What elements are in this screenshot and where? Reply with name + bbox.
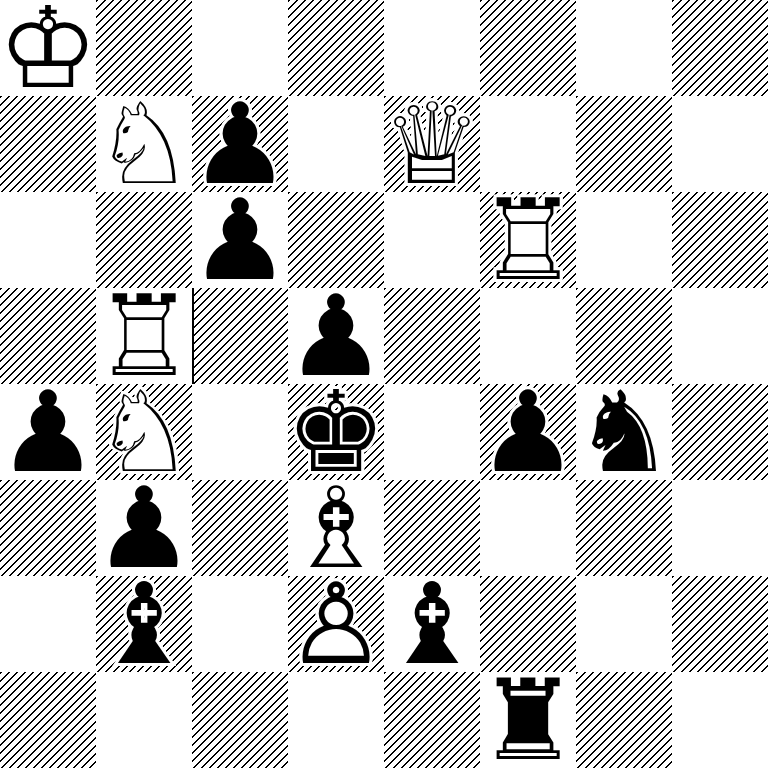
square-h7[interactable] bbox=[672, 96, 768, 192]
piece-black-pawn: ♟ bbox=[480, 384, 576, 480]
piece-halo: ♟ bbox=[192, 192, 288, 288]
square-d2[interactable]: ♟♙ bbox=[288, 576, 384, 672]
square-g6[interactable] bbox=[576, 192, 672, 288]
piece-black-pawn: ♟ bbox=[96, 480, 192, 576]
piece-black-pawn: ♟ bbox=[192, 192, 288, 288]
square-b8[interactable] bbox=[96, 0, 192, 96]
piece-black-pawn: ♟ bbox=[0, 384, 96, 480]
piece-halo: ♜ bbox=[480, 672, 576, 768]
piece-white-rook: ♖ bbox=[96, 288, 192, 384]
square-d7[interactable] bbox=[288, 96, 384, 192]
square-g1[interactable] bbox=[576, 672, 672, 768]
square-f5[interactable] bbox=[480, 288, 576, 384]
square-b1[interactable] bbox=[96, 672, 192, 768]
square-c6[interactable]: ♟♟ bbox=[192, 192, 288, 288]
square-e7[interactable]: ♛♕ bbox=[384, 96, 480, 192]
piece-black-pawn: ♟ bbox=[288, 288, 384, 384]
square-d1[interactable] bbox=[288, 672, 384, 768]
piece-halo: ♟ bbox=[192, 96, 288, 192]
square-e8[interactable] bbox=[384, 0, 480, 96]
square-h5[interactable] bbox=[672, 288, 768, 384]
square-c5[interactable] bbox=[192, 288, 288, 384]
piece-white-rook: ♖ bbox=[480, 192, 576, 288]
square-h1[interactable] bbox=[672, 672, 768, 768]
piece-white-bishop: ♗ bbox=[288, 480, 384, 576]
square-a2[interactable] bbox=[0, 576, 96, 672]
piece-halo: ♜ bbox=[96, 288, 192, 384]
square-h3[interactable] bbox=[672, 480, 768, 576]
square-b5[interactable]: ♜♖ bbox=[96, 288, 192, 384]
square-e5[interactable] bbox=[384, 288, 480, 384]
square-e6[interactable] bbox=[384, 192, 480, 288]
piece-halo: ♚ bbox=[288, 384, 384, 480]
square-f8[interactable] bbox=[480, 0, 576, 96]
piece-black-bishop: ♝ bbox=[384, 576, 480, 672]
piece-white-knight: ♘ bbox=[96, 96, 192, 192]
piece-halo: ♞ bbox=[96, 96, 192, 192]
square-d8[interactable] bbox=[288, 0, 384, 96]
piece-white-king: ♔ bbox=[0, 0, 96, 96]
square-f1[interactable]: ♜♜ bbox=[480, 672, 576, 768]
piece-white-queen: ♕ bbox=[384, 96, 480, 192]
square-b6[interactable] bbox=[96, 192, 192, 288]
square-a6[interactable] bbox=[0, 192, 96, 288]
square-c7[interactable]: ♟♟ bbox=[192, 96, 288, 192]
square-a4[interactable]: ♟♟ bbox=[0, 384, 96, 480]
square-g4[interactable]: ♞♞ bbox=[576, 384, 672, 480]
square-e3[interactable] bbox=[384, 480, 480, 576]
square-e2[interactable]: ♝♝ bbox=[384, 576, 480, 672]
square-e1[interactable] bbox=[384, 672, 480, 768]
piece-halo: ♟ bbox=[288, 288, 384, 384]
square-h6[interactable] bbox=[672, 192, 768, 288]
square-e4[interactable] bbox=[384, 384, 480, 480]
square-a1[interactable] bbox=[0, 672, 96, 768]
square-c1[interactable] bbox=[192, 672, 288, 768]
piece-black-king: ♚ bbox=[288, 384, 384, 480]
square-h8[interactable] bbox=[672, 0, 768, 96]
chess-diagram: ♚♔♞♘♟♟♛♕♟♟♜♖♜♖♟♟♟♟♞♘♚♚♟♟♞♞♟♟♝♗♝♝♟♙♝♝♜♜ bbox=[0, 0, 768, 768]
square-d3[interactable]: ♝♗ bbox=[288, 480, 384, 576]
square-h4[interactable] bbox=[672, 384, 768, 480]
square-b3[interactable]: ♟♟ bbox=[96, 480, 192, 576]
piece-halo: ♟ bbox=[96, 480, 192, 576]
square-c4[interactable] bbox=[192, 384, 288, 480]
piece-halo: ♚ bbox=[0, 0, 96, 96]
piece-black-rook: ♜ bbox=[480, 672, 576, 768]
chess-board: ♚♔♞♘♟♟♛♕♟♟♜♖♜♖♟♟♟♟♞♘♚♚♟♟♞♞♟♟♝♗♝♝♟♙♝♝♜♜ bbox=[0, 0, 768, 768]
square-a5[interactable] bbox=[0, 288, 96, 384]
square-d4[interactable]: ♚♚ bbox=[288, 384, 384, 480]
square-a8[interactable]: ♚♔ bbox=[0, 0, 96, 96]
piece-halo: ♞ bbox=[576, 384, 672, 480]
piece-white-pawn: ♙ bbox=[288, 576, 384, 672]
square-f3[interactable] bbox=[480, 480, 576, 576]
square-g3[interactable] bbox=[576, 480, 672, 576]
square-b4[interactable]: ♞♘ bbox=[96, 384, 192, 480]
square-h2[interactable] bbox=[672, 576, 768, 672]
piece-halo: ♝ bbox=[96, 576, 192, 672]
square-g5[interactable] bbox=[576, 288, 672, 384]
square-f2[interactable] bbox=[480, 576, 576, 672]
square-g2[interactable] bbox=[576, 576, 672, 672]
square-g7[interactable] bbox=[576, 96, 672, 192]
square-d5[interactable]: ♟♟ bbox=[288, 288, 384, 384]
piece-halo: ♝ bbox=[288, 480, 384, 576]
square-f4[interactable]: ♟♟ bbox=[480, 384, 576, 480]
square-f7[interactable] bbox=[480, 96, 576, 192]
piece-halo: ♛ bbox=[384, 96, 480, 192]
piece-halo: ♜ bbox=[480, 192, 576, 288]
square-f6[interactable]: ♜♖ bbox=[480, 192, 576, 288]
piece-halo: ♞ bbox=[96, 384, 192, 480]
piece-black-bishop: ♝ bbox=[96, 576, 192, 672]
square-a3[interactable] bbox=[0, 480, 96, 576]
square-c8[interactable] bbox=[192, 0, 288, 96]
piece-black-knight: ♞ bbox=[576, 384, 672, 480]
square-c3[interactable] bbox=[192, 480, 288, 576]
piece-halo: ♟ bbox=[288, 576, 384, 672]
square-a7[interactable] bbox=[0, 96, 96, 192]
square-b7[interactable]: ♞♘ bbox=[96, 96, 192, 192]
square-c2[interactable] bbox=[192, 576, 288, 672]
piece-white-knight: ♘ bbox=[96, 384, 192, 480]
piece-halo: ♟ bbox=[480, 384, 576, 480]
piece-halo: ♝ bbox=[384, 576, 480, 672]
piece-halo: ♟ bbox=[0, 384, 96, 480]
square-b2[interactable]: ♝♝ bbox=[96, 576, 192, 672]
square-d6[interactable] bbox=[288, 192, 384, 288]
square-g8[interactable] bbox=[576, 0, 672, 96]
piece-black-pawn: ♟ bbox=[192, 96, 288, 192]
